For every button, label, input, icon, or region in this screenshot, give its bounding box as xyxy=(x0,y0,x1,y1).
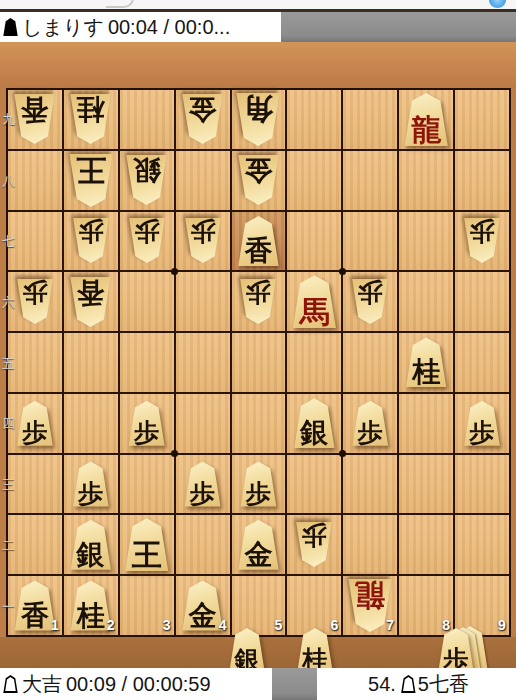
board-square-1六[interactable]: 歩 xyxy=(8,272,62,331)
top-player-bar: しまりす 00:04 / 00:0... xyxy=(0,12,516,42)
board-square-7四[interactable]: 歩 xyxy=(343,394,397,453)
board-square-7三[interactable] xyxy=(343,455,397,514)
top-player-name: しまりす xyxy=(22,14,104,41)
board-square-9九[interactable] xyxy=(455,90,509,149)
board-square-1五[interactable] xyxy=(8,333,62,392)
piece-銀-top[interactable]: 銀 xyxy=(125,155,168,205)
hand-piece-銀[interactable]: 銀 xyxy=(228,628,266,673)
piece-face: 歩 xyxy=(463,401,501,446)
shogi-app: しまりす 00:04 / 00:0... 香桂金角龍王銀金歩歩歩香歩歩香歩馬歩桂… xyxy=(0,0,516,700)
board-square-3七[interactable]: 歩 xyxy=(120,212,174,271)
rank-label-三: 三 xyxy=(1,476,16,494)
white-piece-icon xyxy=(3,675,18,693)
piece-face: 馬 xyxy=(291,275,337,328)
board-square-6六[interactable]: 馬 xyxy=(287,272,341,331)
board-square-4四[interactable] xyxy=(176,394,230,453)
board-square-2八[interactable]: 王 xyxy=(64,151,118,210)
piece-桂-bottom[interactable]: 桂 xyxy=(405,337,448,387)
piece-face: 桂 xyxy=(69,94,112,144)
rank-label-八: 八 xyxy=(1,172,16,190)
board-square-1二[interactable] xyxy=(8,515,62,574)
piece-face: 王 xyxy=(124,518,170,571)
board-square-5五[interactable] xyxy=(232,333,286,392)
file-label-1: 1 xyxy=(47,617,63,633)
board-square-4三[interactable]: 歩 xyxy=(176,455,230,514)
board-square-9七[interactable]: 歩 xyxy=(455,212,509,271)
piece-歩-top[interactable]: 歩 xyxy=(184,218,222,263)
board-square-4八[interactable] xyxy=(176,151,230,210)
board-square-5八[interactable]: 金 xyxy=(232,151,286,210)
rank-label-四: 四 xyxy=(1,415,16,433)
board-square-2六[interactable]: 香 xyxy=(64,272,118,331)
piece-王-top[interactable]: 王 xyxy=(68,154,114,207)
piece-王-bottom[interactable]: 王 xyxy=(124,518,170,571)
piece-金-bottom[interactable]: 金 xyxy=(237,520,280,570)
piece-face: 金 xyxy=(237,520,280,570)
piece-歩-top[interactable]: 歩 xyxy=(128,218,166,263)
piece-face: 銀 xyxy=(69,520,112,570)
board-square-2七[interactable]: 歩 xyxy=(64,212,118,271)
board-square-3九[interactable] xyxy=(120,90,174,149)
star-point xyxy=(171,268,178,275)
piece-歩-bottom[interactable]: 歩 xyxy=(72,462,110,507)
piece-face: 桂 xyxy=(296,628,334,673)
board-square-6四[interactable]: 銀 xyxy=(287,394,341,453)
piece-香-top[interactable]: 香 xyxy=(69,277,112,327)
board-square-9二[interactable] xyxy=(455,515,509,574)
board-square-5九[interactable]: 角 xyxy=(232,90,286,149)
rank-label-二: 二 xyxy=(1,537,16,555)
piece-歩-bottom[interactable]: 歩 xyxy=(184,462,222,507)
piece-face: 歩 xyxy=(437,628,475,673)
rank-label-五: 五 xyxy=(1,355,16,373)
piece-face: 歩 xyxy=(128,218,166,263)
rank-label-一: 一 xyxy=(1,598,16,616)
piece-face: 歩 xyxy=(239,462,277,507)
piece-角-top[interactable]: 角 xyxy=(235,93,281,146)
board-square-9八[interactable] xyxy=(455,151,509,210)
piece-桂-top[interactable]: 桂 xyxy=(69,94,112,144)
piece-歩-bottom[interactable]: 歩 xyxy=(128,401,166,446)
board-square-4六[interactable] xyxy=(176,272,230,331)
board-square-3三[interactable] xyxy=(120,455,174,514)
file-label-7: 7 xyxy=(382,617,398,633)
board-square-9五[interactable] xyxy=(455,333,509,392)
board-square-3八[interactable]: 銀 xyxy=(120,151,174,210)
piece-銀-bottom[interactable]: 銀 xyxy=(293,398,336,448)
piece-歩-top[interactable]: 歩 xyxy=(463,218,501,263)
piece-face: 歩 xyxy=(72,462,110,507)
board-square-6三[interactable] xyxy=(287,455,341,514)
piece-face: 角 xyxy=(235,93,281,146)
piece-face: 金 xyxy=(237,155,280,205)
piece-馬-bottom[interactable]: 馬 xyxy=(291,275,337,328)
board-square-5四[interactable] xyxy=(232,394,286,453)
piece-歩-bottom[interactable]: 歩 xyxy=(239,462,277,507)
board-square-2四[interactable] xyxy=(64,394,118,453)
board-square-1八[interactable] xyxy=(8,151,62,210)
board-square-1四[interactable]: 歩 xyxy=(8,394,62,453)
board-square-7二[interactable] xyxy=(343,515,397,574)
board-square-4二[interactable] xyxy=(176,515,230,574)
piece-face: 歩 xyxy=(16,401,54,446)
board-square-4九[interactable]: 金 xyxy=(176,90,230,149)
status-strip xyxy=(0,0,516,9)
board-square-3六[interactable] xyxy=(120,272,174,331)
piece-face: 歩 xyxy=(72,218,110,263)
board-square-2九[interactable]: 桂 xyxy=(64,90,118,149)
board-square-7八[interactable] xyxy=(343,151,397,210)
board-square-8五[interactable]: 桂 xyxy=(399,333,453,392)
board-square-2三[interactable]: 歩 xyxy=(64,455,118,514)
rank-label-六: 六 xyxy=(1,294,16,312)
board-square-3五[interactable] xyxy=(120,333,174,392)
piece-face: 歩 xyxy=(239,279,277,324)
black-piece-icon xyxy=(3,18,18,36)
board-square-8八[interactable] xyxy=(399,151,453,210)
board-square-9三[interactable] xyxy=(455,455,509,514)
piece-銀-bottom[interactable]: 銀 xyxy=(69,520,112,570)
board-square-5六[interactable]: 歩 xyxy=(232,272,286,331)
board-square-3二[interactable]: 王 xyxy=(120,515,174,574)
board-square-7六[interactable]: 歩 xyxy=(343,272,397,331)
board-square-3四[interactable]: 歩 xyxy=(120,394,174,453)
piece-face: 桂 xyxy=(405,337,448,387)
piece-歩-bottom[interactable]: 歩 xyxy=(463,401,501,446)
board-square-6五[interactable] xyxy=(287,333,341,392)
piece-face: 銀 xyxy=(293,398,336,448)
board-square-1七[interactable] xyxy=(8,212,62,271)
board-square-2五[interactable] xyxy=(64,333,118,392)
piece-face: 銀 xyxy=(228,628,266,673)
board-square-7五[interactable] xyxy=(343,333,397,392)
right-margin xyxy=(511,88,516,637)
bottom-player-bar: 大吉 00:09 / 00:00:59 54. 5七香 xyxy=(0,668,516,700)
board-square-1九[interactable]: 香 xyxy=(8,90,62,149)
board-square-6八[interactable] xyxy=(287,151,341,210)
piece-歩-bottom[interactable]: 歩 xyxy=(351,401,389,446)
piece-香-bottom[interactable]: 香 xyxy=(237,216,280,266)
file-label-9: 9 xyxy=(494,617,510,633)
star-point xyxy=(171,450,178,457)
file-label-6: 6 xyxy=(326,617,342,633)
file-label-5: 5 xyxy=(270,617,286,633)
board-square-6二[interactable]: 歩 xyxy=(287,515,341,574)
bottom-player-clock: 00:09 / 00:00:59 xyxy=(66,673,211,696)
board-square-4七[interactable]: 歩 xyxy=(176,212,230,271)
board-square-5七[interactable]: 香 xyxy=(232,212,286,271)
board-square-7七[interactable] xyxy=(343,212,397,271)
board-square-6七[interactable] xyxy=(287,212,341,271)
piece-face: 歩 xyxy=(295,522,333,567)
piece-face: 歩 xyxy=(184,462,222,507)
piece-face: 銀 xyxy=(125,155,168,205)
board-square-8二[interactable] xyxy=(399,515,453,574)
piece-face: 歩 xyxy=(184,218,222,263)
bottom-player-name: 大吉 xyxy=(22,671,62,698)
top-player-label: しまりす 00:04 / 00:0... xyxy=(0,12,281,42)
star-point xyxy=(339,268,346,275)
piece-龍-bottom[interactable]: 龍 xyxy=(403,93,449,146)
piece-歩-top[interactable]: 歩 xyxy=(16,279,54,324)
rank-label-七: 七 xyxy=(1,233,16,251)
piece-face: 金 xyxy=(181,94,224,144)
piece-金-top[interactable]: 金 xyxy=(181,94,224,144)
piece-歩-top[interactable]: 歩 xyxy=(239,279,277,324)
hand-piece-桂[interactable]: 桂 xyxy=(296,628,334,673)
piece-歩-top[interactable]: 歩 xyxy=(72,218,110,263)
file-label-2: 2 xyxy=(103,617,119,633)
board-square-7九[interactable] xyxy=(343,90,397,149)
piece-歩-top[interactable]: 歩 xyxy=(351,279,389,324)
piece-香-top[interactable]: 香 xyxy=(13,94,56,144)
top-hand-tray xyxy=(0,42,516,88)
board-square-9六[interactable] xyxy=(455,272,509,331)
board-square-9四[interactable]: 歩 xyxy=(455,394,509,453)
piece-face: 歩 xyxy=(351,279,389,324)
piece-face: 香 xyxy=(69,277,112,327)
board-square-8七[interactable] xyxy=(399,212,453,271)
bottom-player-label: 大吉 00:09 / 00:00:59 xyxy=(0,668,272,700)
board-square-8三[interactable] xyxy=(399,455,453,514)
piece-face: 香 xyxy=(13,94,56,144)
board-square-5三[interactable]: 歩 xyxy=(232,455,286,514)
file-label-4: 4 xyxy=(215,617,231,633)
piece-face: 歩 xyxy=(128,401,166,446)
board-square-6九[interactable] xyxy=(287,90,341,149)
tab-curve-decoration xyxy=(106,0,134,8)
star-point xyxy=(339,450,346,457)
move-number: 54. xyxy=(368,673,396,696)
file-label-3: 3 xyxy=(159,617,175,633)
board-square-5二[interactable]: 金 xyxy=(232,515,286,574)
piece-face: 王 xyxy=(68,154,114,207)
rank-label-九: 九 xyxy=(1,111,16,129)
hand-piece-歩[interactable]: 歩 xyxy=(437,628,475,673)
top-player-clock: 00:04 / 00:0... xyxy=(108,16,230,39)
board-square-2二[interactable]: 銀 xyxy=(64,515,118,574)
blue-dot-icon xyxy=(489,0,506,8)
last-move-indicator: 54. 5七香 xyxy=(317,668,516,700)
piece-歩-bottom[interactable]: 歩 xyxy=(16,401,54,446)
board-square-8四[interactable] xyxy=(399,394,453,453)
piece-face: 歩 xyxy=(16,279,54,324)
board-square-8九[interactable]: 龍 xyxy=(399,90,453,149)
piece-face: 歩 xyxy=(463,218,501,263)
board-square-8六[interactable] xyxy=(399,272,453,331)
piece-face: 歩 xyxy=(351,401,389,446)
board-grid: 香桂金角龍王銀金歩歩歩香歩歩香歩馬歩桂歩歩銀歩歩歩歩歩銀王金歩香桂金龍 xyxy=(6,88,511,637)
board-square-4五[interactable] xyxy=(176,333,230,392)
piece-face: 香 xyxy=(237,216,280,266)
piece-face: 龍 xyxy=(403,93,449,146)
white-piece-icon xyxy=(401,675,416,693)
piece-歩-top[interactable]: 歩 xyxy=(295,522,333,567)
board-square-1三[interactable] xyxy=(8,455,62,514)
file-label-8: 8 xyxy=(438,617,454,633)
piece-金-top[interactable]: 金 xyxy=(237,155,280,205)
move-text: 5七香 xyxy=(418,671,469,698)
